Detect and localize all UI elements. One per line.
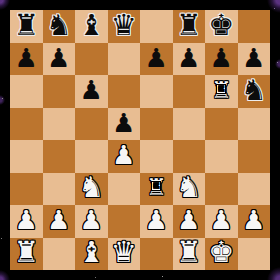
piece-white-pawn-c2[interactable]: ♟ [80, 207, 103, 233]
square-b6[interactable] [43, 75, 76, 108]
piece-white-king-g1[interactable]: ♚ [208, 238, 234, 267]
square-a1[interactable]: ♜ [10, 238, 43, 271]
piece-white-knight-f3[interactable]: ♞ [176, 173, 202, 202]
square-g1[interactable]: ♚ [205, 238, 238, 271]
piece-black-knight-h6[interactable]: ♞ [241, 76, 267, 105]
piece-white-rook-f1[interactable]: ♜ [176, 238, 202, 267]
chess-board: ♜♞♝♛♜♚♟♟♟♟♟♟♟♜K♞♟♟♞♜K♞♟♟♟♟♟♟♟♜♝♛♜♚ [10, 10, 270, 270]
square-f2[interactable]: ♟ [173, 205, 206, 238]
square-b8[interactable]: ♞ [43, 10, 76, 43]
k-letter-badge: K [216, 84, 226, 94]
piece-white-rook-e3-k-badge[interactable]: ♜K [146, 176, 167, 199]
square-h8[interactable] [238, 10, 271, 43]
piece-black-pawn-c6[interactable]: ♟ [80, 77, 103, 103]
square-g7[interactable]: ♟ [205, 43, 238, 76]
piece-white-pawn-h2[interactable]: ♟ [242, 207, 265, 233]
square-f5[interactable] [173, 108, 206, 141]
square-f8[interactable]: ♜ [173, 10, 206, 43]
square-b3[interactable] [43, 173, 76, 206]
piece-white-rook-a1[interactable]: ♜ [13, 238, 39, 267]
square-g5[interactable] [205, 108, 238, 141]
square-c5[interactable] [75, 108, 108, 141]
square-c7[interactable] [75, 43, 108, 76]
square-g8[interactable]: ♚ [205, 10, 238, 43]
square-e5[interactable] [140, 108, 173, 141]
square-b4[interactable] [43, 140, 76, 173]
square-c1[interactable]: ♝ [75, 238, 108, 271]
square-d5[interactable]: ♟ [108, 108, 141, 141]
square-f7[interactable]: ♟ [173, 43, 206, 76]
square-h3[interactable] [238, 173, 271, 206]
square-f3[interactable]: ♞ [173, 173, 206, 206]
piece-white-pawn-f2[interactable]: ♟ [177, 207, 200, 233]
piece-white-bishop-c1[interactable]: ♝ [78, 238, 104, 267]
square-f6[interactable] [173, 75, 206, 108]
piece-black-rook-f8[interactable]: ♜ [176, 11, 202, 40]
piece-white-pawn-d4[interactable]: ♟ [112, 142, 135, 168]
square-c3[interactable]: ♞ [75, 173, 108, 206]
piece-black-bishop-c8[interactable]: ♝ [78, 11, 104, 40]
piece-white-knight-c3[interactable]: ♞ [78, 173, 104, 202]
square-h1[interactable] [238, 238, 271, 271]
square-g3[interactable] [205, 173, 238, 206]
piece-black-pawn-a7[interactable]: ♟ [15, 45, 38, 71]
square-h7[interactable]: ♟ [238, 43, 271, 76]
square-b2[interactable]: ♟ [43, 205, 76, 238]
square-e3[interactable]: ♜K [140, 173, 173, 206]
square-a6[interactable] [10, 75, 43, 108]
piece-black-queen-d8[interactable]: ♛ [111, 11, 137, 40]
square-c4[interactable] [75, 140, 108, 173]
piece-white-pawn-e2[interactable]: ♟ [145, 207, 168, 233]
square-h4[interactable] [238, 140, 271, 173]
square-e7[interactable]: ♟ [140, 43, 173, 76]
piece-white-pawn-b2[interactable]: ♟ [47, 207, 70, 233]
piece-black-pawn-d5[interactable]: ♟ [112, 110, 135, 136]
square-d7[interactable] [108, 43, 141, 76]
square-g2[interactable]: ♟ [205, 205, 238, 238]
square-a7[interactable]: ♟ [10, 43, 43, 76]
piece-black-king-g8[interactable]: ♚ [208, 11, 234, 40]
square-c8[interactable]: ♝ [75, 10, 108, 43]
square-g4[interactable] [205, 140, 238, 173]
square-d4[interactable]: ♟ [108, 140, 141, 173]
square-d6[interactable] [108, 75, 141, 108]
square-h5[interactable] [238, 108, 271, 141]
piece-black-pawn-h7[interactable]: ♟ [242, 45, 265, 71]
square-e8[interactable] [140, 10, 173, 43]
piece-white-pawn-a2[interactable]: ♟ [15, 207, 38, 233]
square-a8[interactable]: ♜ [10, 10, 43, 43]
piece-white-pawn-g2[interactable]: ♟ [210, 207, 233, 233]
piece-white-rook-g6-k-badge[interactable]: ♜K [211, 79, 232, 102]
square-d2[interactable] [108, 205, 141, 238]
piece-black-pawn-e7[interactable]: ♟ [145, 45, 168, 71]
square-f4[interactable] [173, 140, 206, 173]
star-speckles [0, 0, 1, 1]
square-a3[interactable] [10, 173, 43, 206]
square-c2[interactable]: ♟ [75, 205, 108, 238]
square-h2[interactable]: ♟ [238, 205, 271, 238]
square-g6[interactable]: ♜K [205, 75, 238, 108]
square-e4[interactable] [140, 140, 173, 173]
piece-black-pawn-b7[interactable]: ♟ [47, 45, 70, 71]
square-d8[interactable]: ♛ [108, 10, 141, 43]
square-b7[interactable]: ♟ [43, 43, 76, 76]
square-a4[interactable] [10, 140, 43, 173]
square-b5[interactable] [43, 108, 76, 141]
square-c6[interactable]: ♟ [75, 75, 108, 108]
app-window: ♜♞♝♛♜♚♟♟♟♟♟♟♟♜K♞♟♟♞♜K♞♟♟♟♟♟♟♟♜♝♛♜♚ [0, 0, 280, 280]
square-d1[interactable]: ♛ [108, 238, 141, 271]
piece-black-pawn-g7[interactable]: ♟ [210, 45, 233, 71]
piece-white-queen-d1[interactable]: ♛ [111, 238, 137, 267]
piece-black-knight-b8[interactable]: ♞ [46, 11, 72, 40]
square-e2[interactable]: ♟ [140, 205, 173, 238]
square-e1[interactable] [140, 238, 173, 271]
square-a5[interactable] [10, 108, 43, 141]
square-d3[interactable] [108, 173, 141, 206]
square-f1[interactable]: ♜ [173, 238, 206, 271]
piece-black-rook-a8[interactable]: ♜ [13, 11, 39, 40]
square-e6[interactable] [140, 75, 173, 108]
piece-black-pawn-f7[interactable]: ♟ [177, 45, 200, 71]
square-h6[interactable]: ♞ [238, 75, 271, 108]
square-b1[interactable] [43, 238, 76, 271]
k-letter-badge: K [151, 181, 161, 191]
square-a2[interactable]: ♟ [10, 205, 43, 238]
